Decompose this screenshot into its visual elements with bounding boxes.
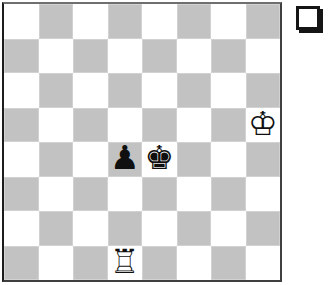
square-g3[interactable] bbox=[211, 177, 246, 212]
square-c2[interactable] bbox=[73, 211, 108, 246]
square-e3[interactable] bbox=[142, 177, 177, 212]
square-g1[interactable] bbox=[211, 246, 246, 281]
square-a5[interactable] bbox=[4, 108, 39, 143]
square-c4[interactable] bbox=[73, 142, 108, 177]
square-d7[interactable] bbox=[108, 39, 143, 74]
square-h5[interactable]: ♔ bbox=[246, 108, 281, 143]
square-g4[interactable] bbox=[211, 142, 246, 177]
white-king[interactable]: ♔ bbox=[248, 107, 278, 142]
square-a2[interactable] bbox=[4, 211, 39, 246]
square-e4[interactable]: ♚ bbox=[142, 142, 177, 177]
square-e1[interactable] bbox=[142, 246, 177, 281]
square-d3[interactable] bbox=[108, 177, 143, 212]
square-a6[interactable] bbox=[4, 73, 39, 108]
square-c3[interactable] bbox=[73, 177, 108, 212]
chess-board: ♔♟♚♖ bbox=[2, 2, 282, 282]
square-g6[interactable] bbox=[211, 73, 246, 108]
square-c1[interactable] bbox=[73, 246, 108, 281]
square-a7[interactable] bbox=[4, 39, 39, 74]
square-h6[interactable] bbox=[246, 73, 281, 108]
square-g2[interactable] bbox=[211, 211, 246, 246]
square-h1[interactable] bbox=[246, 246, 281, 281]
square-e5[interactable] bbox=[142, 108, 177, 143]
square-g8[interactable] bbox=[211, 4, 246, 39]
chess-diagram: ♔♟♚♖ bbox=[0, 0, 328, 285]
square-f1[interactable] bbox=[177, 246, 212, 281]
square-e6[interactable] bbox=[142, 73, 177, 108]
square-d8[interactable] bbox=[108, 4, 143, 39]
square-c7[interactable] bbox=[73, 39, 108, 74]
square-e8[interactable] bbox=[142, 4, 177, 39]
square-h7[interactable] bbox=[246, 39, 281, 74]
black-pawn[interactable]: ♟ bbox=[110, 141, 140, 176]
square-b1[interactable] bbox=[39, 246, 74, 281]
square-a4[interactable] bbox=[4, 142, 39, 177]
square-g7[interactable] bbox=[211, 39, 246, 74]
square-a3[interactable] bbox=[4, 177, 39, 212]
square-e2[interactable] bbox=[142, 211, 177, 246]
square-g5[interactable] bbox=[211, 108, 246, 143]
square-d5[interactable] bbox=[108, 108, 143, 143]
square-d4[interactable]: ♟ bbox=[108, 142, 143, 177]
square-h3[interactable] bbox=[246, 177, 281, 212]
square-d2[interactable] bbox=[108, 211, 143, 246]
square-f7[interactable] bbox=[177, 39, 212, 74]
square-a8[interactable] bbox=[4, 4, 39, 39]
square-b3[interactable] bbox=[39, 177, 74, 212]
black-king[interactable]: ♚ bbox=[144, 141, 174, 176]
square-h8[interactable] bbox=[246, 4, 281, 39]
square-b4[interactable] bbox=[39, 142, 74, 177]
square-b2[interactable] bbox=[39, 211, 74, 246]
white-rook[interactable]: ♖ bbox=[110, 245, 140, 280]
square-f4[interactable] bbox=[177, 142, 212, 177]
square-e7[interactable] bbox=[142, 39, 177, 74]
square-c6[interactable] bbox=[73, 73, 108, 108]
square-h4[interactable] bbox=[246, 142, 281, 177]
white-to-move-indicator-icon bbox=[296, 6, 320, 30]
square-f8[interactable] bbox=[177, 4, 212, 39]
square-f2[interactable] bbox=[177, 211, 212, 246]
square-a1[interactable] bbox=[4, 246, 39, 281]
square-b8[interactable] bbox=[39, 4, 74, 39]
square-c5[interactable] bbox=[73, 108, 108, 143]
square-c8[interactable] bbox=[73, 4, 108, 39]
square-f3[interactable] bbox=[177, 177, 212, 212]
square-b5[interactable] bbox=[39, 108, 74, 143]
square-b6[interactable] bbox=[39, 73, 74, 108]
square-d6[interactable] bbox=[108, 73, 143, 108]
square-b7[interactable] bbox=[39, 39, 74, 74]
square-f5[interactable] bbox=[177, 108, 212, 143]
square-h2[interactable] bbox=[246, 211, 281, 246]
square-d1[interactable]: ♖ bbox=[108, 246, 143, 281]
square-f6[interactable] bbox=[177, 73, 212, 108]
